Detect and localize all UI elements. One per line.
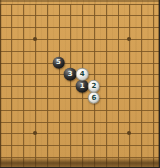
grid-line-horizontal: [0, 110, 159, 111]
grid-line-horizontal: [0, 27, 159, 28]
grid-line-vertical: [141, 4, 142, 168]
stone-white-4: 4: [76, 68, 89, 81]
star-point: [127, 131, 131, 135]
stone-black-5: 5: [52, 56, 65, 69]
grid-line-vertical: [153, 4, 154, 168]
move-number-label: 6: [91, 94, 96, 101]
stone-black-3: 3: [64, 68, 77, 81]
star-point: [33, 131, 37, 135]
move-number-label: 5: [56, 59, 61, 66]
gomoku-board[interactable]: 123456: [0, 0, 159, 167]
grid-line-horizontal: [0, 133, 159, 134]
grid-line-horizontal: [0, 145, 159, 146]
stone-white-6: 6: [88, 92, 101, 105]
stone-black-1: 1: [76, 80, 89, 93]
board-edge-shadow-left: [0, 0, 2, 167]
move-number-label: 3: [68, 71, 73, 78]
grid-line-horizontal: [0, 63, 159, 64]
move-number-label: 1: [80, 83, 85, 90]
move-number-label: 4: [80, 71, 85, 78]
grid-line-vertical: [106, 4, 107, 168]
grid-line-vertical: [118, 4, 119, 168]
grid-line-vertical: [129, 4, 130, 168]
move-number-label: 2: [91, 83, 96, 90]
star-point: [33, 37, 37, 41]
grid-line-horizontal: [0, 98, 159, 99]
grid-line-horizontal: [0, 39, 159, 40]
board-edge-shadow-bottom: [0, 158, 159, 167]
board-edge-shadow-top: [0, 0, 159, 2]
grid-line-horizontal: [0, 51, 159, 52]
star-point: [127, 37, 131, 41]
grid-line-horizontal: [0, 122, 159, 123]
board-edge-shadow-right: [158, 0, 160, 167]
stone-white-2: 2: [88, 80, 101, 93]
